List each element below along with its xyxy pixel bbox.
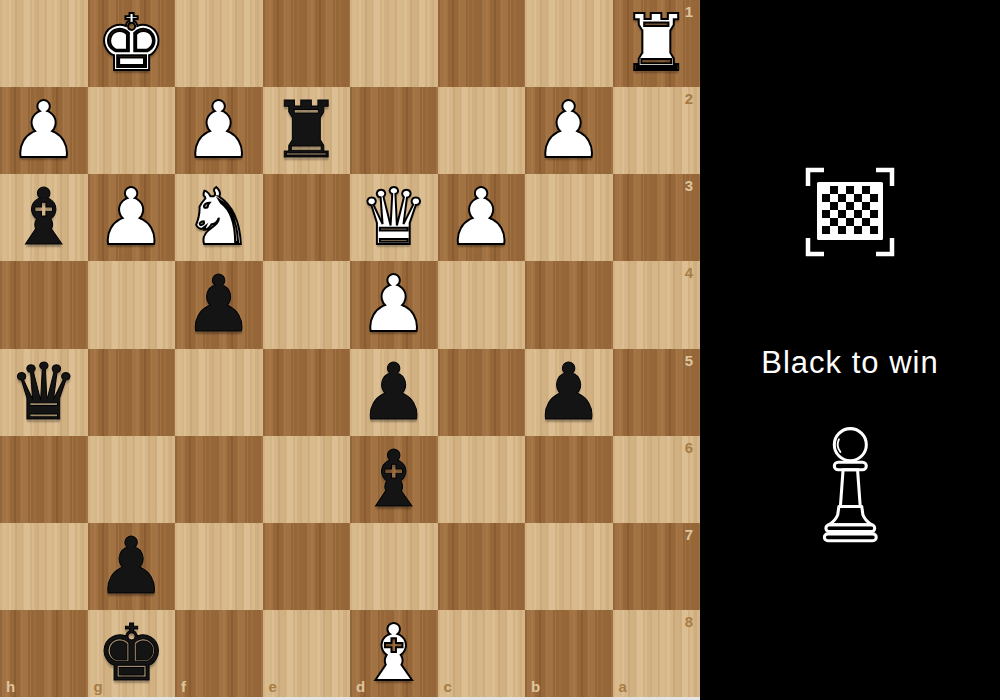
square-f2[interactable]: ♟ bbox=[175, 87, 263, 174]
square-b1[interactable] bbox=[525, 0, 613, 87]
black-king: ♚ bbox=[96, 610, 166, 697]
square-f3[interactable]: ♞ bbox=[175, 174, 263, 261]
square-g6[interactable] bbox=[88, 436, 176, 523]
file-label-c: c bbox=[444, 679, 452, 694]
file-label-f: f bbox=[181, 679, 186, 694]
white-pawn: ♟ bbox=[9, 87, 79, 174]
square-a3[interactable]: 3 bbox=[613, 174, 701, 261]
square-d3[interactable]: ♛ bbox=[350, 174, 438, 261]
rank-label-6: 6 bbox=[685, 440, 693, 455]
square-b8[interactable]: b bbox=[525, 610, 613, 697]
square-c3[interactable]: ♟ bbox=[438, 174, 526, 261]
square-c2[interactable] bbox=[438, 87, 526, 174]
square-h3[interactable]: ♝ bbox=[0, 174, 88, 261]
file-label-h: h bbox=[6, 679, 15, 694]
square-a8[interactable]: 8a bbox=[613, 610, 701, 697]
file-label-d: d bbox=[356, 679, 365, 694]
pawn-outline-icon bbox=[816, 421, 885, 543]
square-b6[interactable] bbox=[525, 436, 613, 523]
black-pawn: ♟ bbox=[359, 349, 429, 436]
board-scan-icon bbox=[798, 159, 902, 265]
square-f1[interactable] bbox=[175, 0, 263, 87]
pawn-stem bbox=[840, 470, 860, 507]
square-e3[interactable] bbox=[263, 174, 351, 261]
square-e5[interactable] bbox=[263, 349, 351, 436]
square-e7[interactable] bbox=[263, 523, 351, 610]
square-g4[interactable] bbox=[88, 261, 176, 348]
white-queen: ♛ bbox=[359, 174, 429, 261]
square-f8[interactable]: f bbox=[175, 610, 263, 697]
rank-label-7: 7 bbox=[685, 527, 693, 542]
rank-label-4: 4 bbox=[685, 265, 693, 280]
board-area: ♚1♜♟♟♜♟2♝♟♞♛♟3♟♟4♛♟♟5♝6♟7hg♚fed♝cb8a bbox=[0, 0, 700, 700]
square-g8[interactable]: g♚ bbox=[88, 610, 176, 697]
square-d2[interactable] bbox=[350, 87, 438, 174]
square-c5[interactable] bbox=[438, 349, 526, 436]
white-pawn: ♟ bbox=[96, 174, 166, 261]
black-pawn: ♟ bbox=[96, 523, 166, 610]
square-h6[interactable] bbox=[0, 436, 88, 523]
square-a7[interactable]: 7 bbox=[613, 523, 701, 610]
square-a6[interactable]: 6 bbox=[613, 436, 701, 523]
rank-label-1: 1 bbox=[685, 4, 693, 19]
square-e2[interactable]: ♜ bbox=[263, 87, 351, 174]
black-rook: ♜ bbox=[271, 87, 341, 174]
square-c7[interactable] bbox=[438, 523, 526, 610]
pawn-head bbox=[834, 429, 866, 461]
square-d4[interactable]: ♟ bbox=[350, 261, 438, 348]
square-d5[interactable]: ♟ bbox=[350, 349, 438, 436]
square-g2[interactable] bbox=[88, 87, 176, 174]
square-a2[interactable]: 2 bbox=[613, 87, 701, 174]
square-c4[interactable] bbox=[438, 261, 526, 348]
black-pawn: ♟ bbox=[534, 349, 604, 436]
square-c1[interactable] bbox=[438, 0, 526, 87]
square-d8[interactable]: d♝ bbox=[350, 610, 438, 697]
app: ♚1♜♟♟♜♟2♝♟♞♛♟3♟♟4♛♟♟5♝6♟7hg♚fed♝cb8a Bla… bbox=[0, 0, 1000, 700]
square-e6[interactable] bbox=[263, 436, 351, 523]
square-f7[interactable] bbox=[175, 523, 263, 610]
square-e4[interactable] bbox=[263, 261, 351, 348]
square-b3[interactable] bbox=[525, 174, 613, 261]
black-bishop: ♝ bbox=[359, 436, 429, 523]
rank-label-8: 8 bbox=[685, 614, 693, 629]
file-label-e: e bbox=[269, 679, 277, 694]
black-queen: ♛ bbox=[9, 349, 79, 436]
square-h1[interactable] bbox=[0, 0, 88, 87]
square-e8[interactable]: e bbox=[263, 610, 351, 697]
black-bishop: ♝ bbox=[9, 174, 79, 261]
white-knight: ♞ bbox=[184, 174, 254, 261]
square-h8[interactable]: h bbox=[0, 610, 88, 697]
square-b2[interactable]: ♟ bbox=[525, 87, 613, 174]
square-h5[interactable]: ♛ bbox=[0, 349, 88, 436]
white-king: ♚ bbox=[96, 0, 166, 87]
square-h4[interactable] bbox=[0, 261, 88, 348]
square-c6[interactable] bbox=[438, 436, 526, 523]
square-d7[interactable] bbox=[350, 523, 438, 610]
square-c8[interactable]: c bbox=[438, 610, 526, 697]
square-a1[interactable]: 1♜ bbox=[613, 0, 701, 87]
square-g3[interactable]: ♟ bbox=[88, 174, 176, 261]
square-g1[interactable]: ♚ bbox=[88, 0, 176, 87]
square-f6[interactable] bbox=[175, 436, 263, 523]
white-pawn: ♟ bbox=[184, 87, 254, 174]
square-g5[interactable] bbox=[88, 349, 176, 436]
rank-label-3: 3 bbox=[685, 178, 693, 193]
square-a5[interactable]: 5 bbox=[613, 349, 701, 436]
white-pawn: ♟ bbox=[446, 174, 516, 261]
square-f5[interactable] bbox=[175, 349, 263, 436]
file-label-g: g bbox=[94, 679, 103, 694]
square-b7[interactable] bbox=[525, 523, 613, 610]
file-label-b: b bbox=[531, 679, 540, 694]
square-b5[interactable]: ♟ bbox=[525, 349, 613, 436]
square-e1[interactable] bbox=[263, 0, 351, 87]
square-f4[interactable]: ♟ bbox=[175, 261, 263, 348]
square-g7[interactable]: ♟ bbox=[88, 523, 176, 610]
white-pawn: ♟ bbox=[534, 87, 604, 174]
pawn-base-ring-2 bbox=[824, 534, 876, 541]
white-rook: ♜ bbox=[621, 0, 691, 87]
chess-board: ♚1♜♟♟♜♟2♝♟♞♛♟3♟♟4♛♟♟5♝6♟7hg♚fed♝cb8a bbox=[0, 0, 700, 697]
square-h2[interactable]: ♟ bbox=[0, 87, 88, 174]
pawn-base-flare bbox=[829, 506, 872, 524]
rank-label-5: 5 bbox=[685, 353, 693, 368]
pawn-base-ring-1 bbox=[826, 525, 875, 532]
square-d6[interactable]: ♝ bbox=[350, 436, 438, 523]
square-h7[interactable] bbox=[0, 523, 88, 610]
pawn-head-highlight bbox=[837, 439, 840, 452]
file-label-a: a bbox=[619, 679, 627, 694]
square-b4[interactable] bbox=[525, 261, 613, 348]
sidebar: Black to win bbox=[700, 0, 1000, 700]
square-d1[interactable] bbox=[350, 0, 438, 87]
rank-label-2: 2 bbox=[685, 91, 693, 106]
caption: Black to win bbox=[761, 345, 938, 381]
white-pawn: ♟ bbox=[359, 261, 429, 348]
white-bishop: ♝ bbox=[359, 610, 429, 697]
black-pawn: ♟ bbox=[184, 261, 254, 348]
square-a4[interactable]: 4 bbox=[613, 261, 701, 348]
